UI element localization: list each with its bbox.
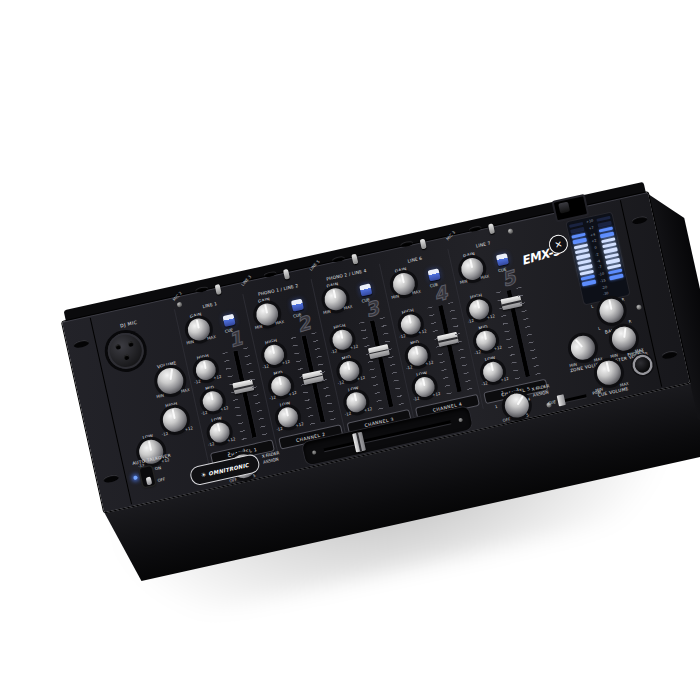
eq-max-label: +12 (418, 328, 427, 335)
eq-max-label: +12 (288, 390, 297, 397)
min-label: MIN (391, 294, 400, 301)
balance-knob[interactable] (597, 296, 626, 325)
rack-mount-hole (661, 350, 678, 360)
min-label: MIN (323, 309, 332, 316)
talkover-on-label: ON (154, 465, 161, 471)
max-label: MAX (207, 334, 217, 341)
talkover-switch[interactable] (140, 466, 156, 487)
talkover-led (133, 475, 138, 480)
eq-min-label: -12 (337, 379, 344, 385)
eq-max-label: +12 (281, 359, 290, 366)
eq-max-label: +12 (349, 344, 358, 351)
assign-position-label: 5 (526, 412, 530, 417)
model-logo: EMX-5 ✕ (518, 232, 576, 276)
meter-scale-tick: -20 (601, 286, 607, 291)
rack-mount-hole (73, 339, 90, 349)
meter-scale-tick: -2 (595, 253, 599, 257)
eq-max-label: +12 (493, 344, 502, 351)
input-select-switch[interactable] (283, 269, 290, 280)
eq-min-label: -12 (399, 333, 406, 339)
meter-scale-tick: +7 (588, 226, 594, 231)
fader-handle[interactable] (437, 332, 459, 347)
max-label: MAX (412, 289, 422, 296)
xfader-assign-label: X-FADER ASSIGN (531, 383, 551, 398)
eq-min-label: -12 (194, 378, 201, 384)
meter-scale-tick: -15 (600, 279, 606, 284)
fader-slot (233, 351, 256, 438)
eq-max-label: +12 (295, 421, 304, 428)
cue-button[interactable] (496, 253, 509, 266)
input-select-switch[interactable] (488, 223, 495, 234)
headphone-jack (634, 356, 652, 374)
assign-position-label: 2 (501, 390, 505, 395)
eq-max-label: +12 (184, 425, 193, 432)
fader-handle[interactable] (302, 370, 324, 385)
meter-scale-tick: +10 (586, 220, 594, 225)
fader-slot (438, 305, 461, 392)
fader-handle[interactable] (501, 295, 523, 310)
eq-min-label: -12 (276, 426, 283, 432)
meter-scale-tick: 0 (594, 247, 597, 251)
max-label: MAX (180, 387, 190, 394)
cue-mix-handle[interactable] (557, 394, 566, 406)
eq-min-label: -12 (269, 395, 276, 401)
balance-max: R (628, 319, 632, 324)
cue-button[interactable] (428, 268, 441, 281)
meter-led (609, 274, 623, 280)
mic-input-label: DJ MIC (120, 320, 138, 329)
max-label: MAX (343, 304, 353, 311)
master-volume-knob[interactable] (610, 325, 637, 352)
sun-icon: ☀ (200, 471, 207, 478)
min-label: MIN (186, 339, 195, 346)
cue-button[interactable] (359, 283, 372, 296)
eq-min-label: -12 (481, 380, 488, 386)
rack-mount-hole (102, 473, 119, 483)
screw (458, 418, 463, 423)
eq-min-label: -12 (474, 349, 481, 355)
fader-handle[interactable] (232, 379, 254, 394)
eq-max-label: +12 (213, 374, 222, 381)
cue-mix-left-label: CUE (548, 399, 557, 406)
cue-button[interactable] (223, 314, 236, 327)
fader-handle[interactable] (368, 344, 390, 359)
cue-button[interactable] (291, 299, 304, 312)
eq-max-label: +12 (220, 405, 229, 412)
input-select-switch[interactable] (420, 239, 427, 250)
brand-name: OMNITRONIC (208, 462, 250, 477)
meter-scale-tick: +2 (591, 240, 597, 245)
min-label: MIN (156, 393, 165, 400)
screw (312, 450, 317, 455)
eq-min-label: -12 (207, 441, 214, 447)
eq-max-label: +12 (425, 360, 434, 367)
fader-slot (370, 320, 393, 407)
eq-min-label: -12 (413, 395, 420, 401)
max-label: MAX (480, 274, 490, 281)
xfader-assign-label: X-FADER ASSIGN (261, 450, 281, 465)
assign-position-label: 1 (494, 404, 498, 409)
max-label: MAX (275, 319, 285, 326)
eq-max-label: +12 (363, 406, 372, 413)
min-label: MIN (254, 324, 263, 331)
product-photo: DJ MIC VOLUME MIN MAX HIGH -12 +12 LOW (0, 0, 700, 700)
meter-scale-tick: -30 (603, 292, 609, 297)
talkover-off-label: OFF (157, 476, 166, 483)
meter-scale-tick: -4 (597, 260, 601, 264)
eq-max-label: +12 (356, 375, 365, 382)
eq-min-label: -12 (201, 410, 208, 416)
eq-max-label: +12 (486, 313, 495, 320)
screw (636, 304, 642, 310)
meter-scale-tick: +4 (590, 233, 596, 238)
assign-position-label: 5 (252, 473, 256, 478)
eq-min-label: -12 (262, 363, 269, 369)
meter-scale-tick: -10 (598, 273, 604, 278)
input-select-switch[interactable] (351, 254, 358, 265)
rack-mount-hole (631, 215, 648, 225)
assign-position-label: OFF (502, 416, 511, 423)
xfader-assign-knob-right: OFF12345 (503, 391, 532, 420)
xlr-combo-jack (104, 329, 147, 372)
meter-led (582, 280, 596, 286)
eq-min-label: -12 (330, 348, 337, 354)
eq-min-label: -12 (467, 318, 474, 324)
eq-max-label: +12 (432, 391, 441, 398)
crossfader-handle[interactable] (352, 432, 366, 453)
input-select-switch[interactable] (215, 284, 222, 295)
balance-min: L (598, 326, 601, 331)
eq-max-label: +12 (227, 436, 236, 443)
eq-min-label: -12 (406, 364, 413, 370)
cue-volume-knob[interactable] (595, 359, 624, 388)
eq-max-label: +12 (500, 376, 509, 383)
dj-mixer: DJ MIC VOLUME MIN MAX HIGH -12 +12 LOW (62, 192, 690, 512)
min-label: MIN (459, 278, 468, 285)
eq-min-label: -12 (344, 411, 351, 417)
master-level-meter: +10+7+4+20-2-4-7-10-15-20-30 (566, 213, 629, 305)
assign-position-label: 2 (227, 451, 231, 456)
meter-scale-tick: -7 (598, 266, 602, 270)
